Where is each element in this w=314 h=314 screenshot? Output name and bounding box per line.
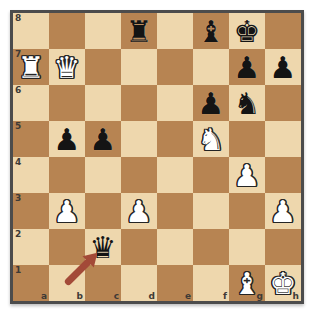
square-b5[interactable]: ♟ xyxy=(49,121,85,157)
square-a1[interactable]: 1a xyxy=(13,265,49,301)
square-b2[interactable] xyxy=(49,229,85,265)
piece-black-rook[interactable]: ♜ xyxy=(121,13,157,49)
square-f2[interactable] xyxy=(193,229,229,265)
square-a7[interactable]: 7♜ xyxy=(13,49,49,85)
square-d1[interactable]: d xyxy=(121,265,157,301)
square-h1[interactable]: h♚ xyxy=(265,265,301,301)
square-a3[interactable]: 3 xyxy=(13,193,49,229)
square-g3[interactable] xyxy=(229,193,265,229)
square-b1[interactable]: b xyxy=(49,265,85,301)
piece-white-pawn[interactable]: ♟ xyxy=(229,157,265,193)
piece-black-pawn[interactable]: ♟ xyxy=(49,121,85,157)
piece-white-rook[interactable]: ♜ xyxy=(13,49,49,85)
square-e8[interactable] xyxy=(157,13,193,49)
rank-label-6: 6 xyxy=(15,85,21,96)
screenshot-stage: 8♜♝♚7♜♛♟♟6♟♞5♟♟♞4♟3♟♟♟2♛1abcdefg♝h♚ xyxy=(0,0,314,314)
rank-label-1: 1 xyxy=(15,265,21,276)
square-b6[interactable] xyxy=(49,85,85,121)
square-h5[interactable] xyxy=(265,121,301,157)
square-g1[interactable]: g♝ xyxy=(229,265,265,301)
piece-black-pawn[interactable]: ♟ xyxy=(265,49,301,85)
square-h6[interactable] xyxy=(265,85,301,121)
rank-label-5: 5 xyxy=(15,121,21,132)
square-d5[interactable] xyxy=(121,121,157,157)
square-e3[interactable] xyxy=(157,193,193,229)
square-b8[interactable] xyxy=(49,13,85,49)
piece-white-king[interactable]: ♚ xyxy=(265,265,301,301)
square-f6[interactable]: ♟ xyxy=(193,85,229,121)
square-f4[interactable] xyxy=(193,157,229,193)
square-c5[interactable]: ♟ xyxy=(85,121,121,157)
square-a2[interactable]: 2 xyxy=(13,229,49,265)
piece-white-pawn[interactable]: ♟ xyxy=(121,193,157,229)
square-g7[interactable]: ♟ xyxy=(229,49,265,85)
square-d2[interactable] xyxy=(121,229,157,265)
file-label-e: e xyxy=(185,291,191,301)
piece-black-queen[interactable]: ♛ xyxy=(85,229,121,265)
chess-board: 8♜♝♚7♜♛♟♟6♟♞5♟♟♞4♟3♟♟♟2♛1abcdefg♝h♚ xyxy=(13,13,301,301)
square-e4[interactable] xyxy=(157,157,193,193)
square-f5[interactable]: ♞ xyxy=(193,121,229,157)
square-f8[interactable]: ♝ xyxy=(193,13,229,49)
rank-label-4: 4 xyxy=(15,157,21,168)
square-d7[interactable] xyxy=(121,49,157,85)
square-a4[interactable]: 4 xyxy=(13,157,49,193)
square-c2[interactable]: ♛ xyxy=(85,229,121,265)
square-b4[interactable] xyxy=(49,157,85,193)
square-a5[interactable]: 5 xyxy=(13,121,49,157)
square-e7[interactable] xyxy=(157,49,193,85)
square-a6[interactable]: 6 xyxy=(13,85,49,121)
square-f7[interactable] xyxy=(193,49,229,85)
square-e2[interactable] xyxy=(157,229,193,265)
piece-black-king[interactable]: ♚ xyxy=(229,13,265,49)
square-h7[interactable]: ♟ xyxy=(265,49,301,85)
square-c4[interactable] xyxy=(85,157,121,193)
square-a8[interactable]: 8 xyxy=(13,13,49,49)
square-c1[interactable]: c xyxy=(85,265,121,301)
square-d4[interactable] xyxy=(121,157,157,193)
square-f3[interactable] xyxy=(193,193,229,229)
square-d6[interactable] xyxy=(121,85,157,121)
file-label-c: c xyxy=(114,291,119,301)
file-label-a: a xyxy=(41,291,47,301)
square-g2[interactable] xyxy=(229,229,265,265)
piece-white-queen[interactable]: ♛ xyxy=(49,49,85,85)
rank-label-3: 3 xyxy=(15,193,21,204)
square-g4[interactable]: ♟ xyxy=(229,157,265,193)
piece-black-pawn[interactable]: ♟ xyxy=(193,85,229,121)
square-c6[interactable] xyxy=(85,85,121,121)
piece-white-pawn[interactable]: ♟ xyxy=(265,193,301,229)
piece-white-bishop[interactable]: ♝ xyxy=(229,265,265,301)
square-b7[interactable]: ♛ xyxy=(49,49,85,85)
square-h3[interactable]: ♟ xyxy=(265,193,301,229)
square-c7[interactable] xyxy=(85,49,121,85)
square-d8[interactable]: ♜ xyxy=(121,13,157,49)
square-h2[interactable] xyxy=(265,229,301,265)
square-e6[interactable] xyxy=(157,85,193,121)
piece-black-bishop[interactable]: ♝ xyxy=(193,13,229,49)
piece-white-knight[interactable]: ♞ xyxy=(193,121,229,157)
square-e5[interactable] xyxy=(157,121,193,157)
square-h8[interactable] xyxy=(265,13,301,49)
square-g5[interactable] xyxy=(229,121,265,157)
piece-black-pawn[interactable]: ♟ xyxy=(85,121,121,157)
piece-white-pawn[interactable]: ♟ xyxy=(49,193,85,229)
board-frame: 8♜♝♚7♜♛♟♟6♟♞5♟♟♞4♟3♟♟♟2♛1abcdefg♝h♚ xyxy=(10,10,304,304)
square-b3[interactable]: ♟ xyxy=(49,193,85,229)
rank-label-8: 8 xyxy=(15,13,21,24)
rank-label-2: 2 xyxy=(15,229,21,240)
square-e1[interactable]: e xyxy=(157,265,193,301)
piece-black-knight[interactable]: ♞ xyxy=(229,85,265,121)
square-d3[interactable]: ♟ xyxy=(121,193,157,229)
square-f1[interactable]: f xyxy=(193,265,229,301)
file-label-d: d xyxy=(149,291,155,301)
file-label-f: f xyxy=(223,291,227,301)
square-h4[interactable] xyxy=(265,157,301,193)
file-label-b: b xyxy=(77,291,83,301)
square-c8[interactable] xyxy=(85,13,121,49)
piece-black-pawn[interactable]: ♟ xyxy=(229,49,265,85)
square-g6[interactable]: ♞ xyxy=(229,85,265,121)
square-g8[interactable]: ♚ xyxy=(229,13,265,49)
square-c3[interactable] xyxy=(85,193,121,229)
